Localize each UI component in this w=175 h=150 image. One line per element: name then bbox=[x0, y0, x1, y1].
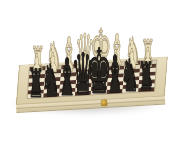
product-photo: ♜♞♝♛♚♝♞♜♟♟♟♟♟♟♟♟♟♟♟♟♟♟♟♟♜♞♝♛♚♝♞♜ bbox=[0, 0, 175, 150]
square-h8 bbox=[138, 87, 154, 92]
square-d8 bbox=[75, 91, 91, 96]
clasp-icon bbox=[101, 100, 107, 106]
square-e8 bbox=[91, 90, 107, 95]
board-grid bbox=[27, 60, 156, 98]
square-f8 bbox=[107, 89, 123, 94]
square-b8 bbox=[43, 93, 59, 98]
square-g8 bbox=[122, 88, 138, 93]
square-a8 bbox=[27, 94, 43, 99]
square-c8 bbox=[59, 92, 75, 97]
